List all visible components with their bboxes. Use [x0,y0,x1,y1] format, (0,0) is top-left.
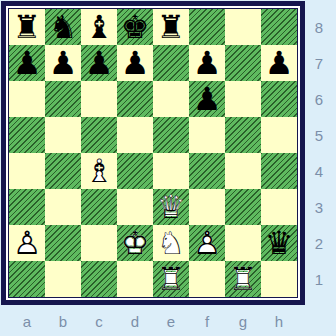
rank-label-1: 1 [305,261,333,297]
square-a8[interactable]: ♜ [9,9,45,45]
square-g4[interactable] [225,153,261,189]
square-e3[interactable]: ♛♕ [153,189,189,225]
square-g8[interactable] [225,9,261,45]
black-pawn-b7: ♟ [45,45,81,81]
white-rook-e1: ♖ [153,261,189,297]
white-knight-e2-fill: ♞ [153,225,189,261]
square-c3[interactable] [81,189,117,225]
square-b5[interactable] [45,117,81,153]
square-c8[interactable]: ♝ [81,9,117,45]
file-label-f: f [189,308,225,334]
white-queen-e3: ♕ [153,189,189,225]
square-b2[interactable] [45,225,81,261]
square-h5[interactable] [261,117,297,153]
square-f6[interactable]: ♟ [189,81,225,117]
square-a6[interactable] [9,81,45,117]
file-label-g: g [225,308,261,334]
rank-label-7: 7 [305,45,333,81]
square-d3[interactable] [117,189,153,225]
rank-labels: 87654321 [305,9,333,297]
square-g1[interactable]: ♜♖ [225,261,261,297]
square-d2[interactable]: ♚♔ [117,225,153,261]
file-label-b: b [45,308,81,334]
square-f3[interactable] [189,189,225,225]
square-g7[interactable] [225,45,261,81]
square-d7[interactable]: ♟ [117,45,153,81]
square-d1[interactable] [117,261,153,297]
square-h3[interactable] [261,189,297,225]
file-label-a: a [9,308,45,334]
white-rook-g1-fill: ♜ [225,261,261,297]
square-a7[interactable]: ♟ [9,45,45,81]
white-queen-e3-fill: ♛ [153,189,189,225]
square-e6[interactable] [153,81,189,117]
white-rook-g1: ♖ [225,261,261,297]
chess-diagram: ♜♞♝♚♜♟♟♟♟♟♟♟♝♗♛♕♟♙♚♔♞♘♟♙♛♜♖♜♖ abcdefgh 8… [0,0,336,336]
square-e4[interactable] [153,153,189,189]
square-c2[interactable] [81,225,117,261]
square-f7[interactable]: ♟ [189,45,225,81]
black-pawn-c7: ♟ [81,45,117,81]
board-frame-inner-white-line: ♜♞♝♚♜♟♟♟♟♟♟♟♝♗♛♕♟♙♚♔♞♘♟♙♛♜♖♜♖ [6,6,300,300]
black-bishop-c8: ♝ [81,9,117,45]
square-c1[interactable] [81,261,117,297]
white-pawn-f2-fill: ♟ [189,225,225,261]
square-d4[interactable] [117,153,153,189]
file-label-h: h [261,308,297,334]
square-h7[interactable]: ♟ [261,45,297,81]
square-h8[interactable] [261,9,297,45]
black-pawn-a7: ♟ [9,45,45,81]
black-pawn-d7: ♟ [117,45,153,81]
rank-label-8: 8 [305,9,333,45]
square-b7[interactable]: ♟ [45,45,81,81]
square-b1[interactable] [45,261,81,297]
white-pawn-f2: ♙ [189,225,225,261]
white-bishop-c4-fill: ♝ [81,153,117,189]
white-bishop-c4: ♗ [81,153,117,189]
square-b8[interactable]: ♞ [45,9,81,45]
square-c6[interactable] [81,81,117,117]
square-f8[interactable] [189,9,225,45]
black-knight-b8: ♞ [45,9,81,45]
square-h4[interactable] [261,153,297,189]
black-rook-a8: ♜ [9,9,45,45]
square-g6[interactable] [225,81,261,117]
rank-label-5: 5 [305,117,333,153]
square-e1[interactable]: ♜♖ [153,261,189,297]
square-e8[interactable]: ♜ [153,9,189,45]
square-b6[interactable] [45,81,81,117]
square-g3[interactable] [225,189,261,225]
black-queen-h2: ♛ [261,225,297,261]
rank-label-4: 4 [305,153,333,189]
board-frame: ♜♞♝♚♜♟♟♟♟♟♟♟♝♗♛♕♟♙♚♔♞♘♟♙♛♜♖♜♖ [1,1,305,305]
white-rook-e1-fill: ♜ [153,261,189,297]
square-d8[interactable]: ♚ [117,9,153,45]
white-pawn-a2-fill: ♟ [9,225,45,261]
file-label-c: c [81,308,117,334]
white-pawn-a2: ♙ [9,225,45,261]
square-c5[interactable] [81,117,117,153]
square-h1[interactable] [261,261,297,297]
square-b3[interactable] [45,189,81,225]
square-d6[interactable] [117,81,153,117]
square-b4[interactable] [45,153,81,189]
square-f4[interactable] [189,153,225,189]
rank-label-6: 6 [305,81,333,117]
white-king-d2: ♔ [117,225,153,261]
file-label-d: d [117,308,153,334]
black-pawn-h7: ♟ [261,45,297,81]
black-king-d8: ♚ [117,9,153,45]
square-f2[interactable]: ♟♙ [189,225,225,261]
black-pawn-f7: ♟ [189,45,225,81]
white-king-d2-fill: ♚ [117,225,153,261]
square-c7[interactable]: ♟ [81,45,117,81]
square-a1[interactable] [9,261,45,297]
square-a2[interactable]: ♟♙ [9,225,45,261]
square-f1[interactable] [189,261,225,297]
square-g5[interactable] [225,117,261,153]
square-h6[interactable] [261,81,297,117]
board: ♜♞♝♚♜♟♟♟♟♟♟♟♝♗♛♕♟♙♚♔♞♘♟♙♛♜♖♜♖ [9,9,297,297]
square-e2[interactable]: ♞♘ [153,225,189,261]
black-pawn-f6: ♟ [189,81,225,117]
board-frame-inner-navy-line: ♜♞♝♚♜♟♟♟♟♟♟♟♝♗♛♕♟♙♚♔♞♘♟♙♛♜♖♜♖ [8,8,298,298]
square-h2[interactable]: ♛ [261,225,297,261]
square-a4[interactable] [9,153,45,189]
square-e7[interactable] [153,45,189,81]
black-rook-e8: ♜ [153,9,189,45]
file-label-e: e [153,308,189,334]
square-f5[interactable] [189,117,225,153]
square-a3[interactable] [9,189,45,225]
square-d5[interactable] [117,117,153,153]
rank-label-2: 2 [305,225,333,261]
square-a5[interactable] [9,117,45,153]
square-e5[interactable] [153,117,189,153]
square-g2[interactable] [225,225,261,261]
rank-label-3: 3 [305,189,333,225]
square-c4[interactable]: ♝♗ [81,153,117,189]
file-labels: abcdefgh [9,308,297,334]
white-knight-e2: ♘ [153,225,189,261]
